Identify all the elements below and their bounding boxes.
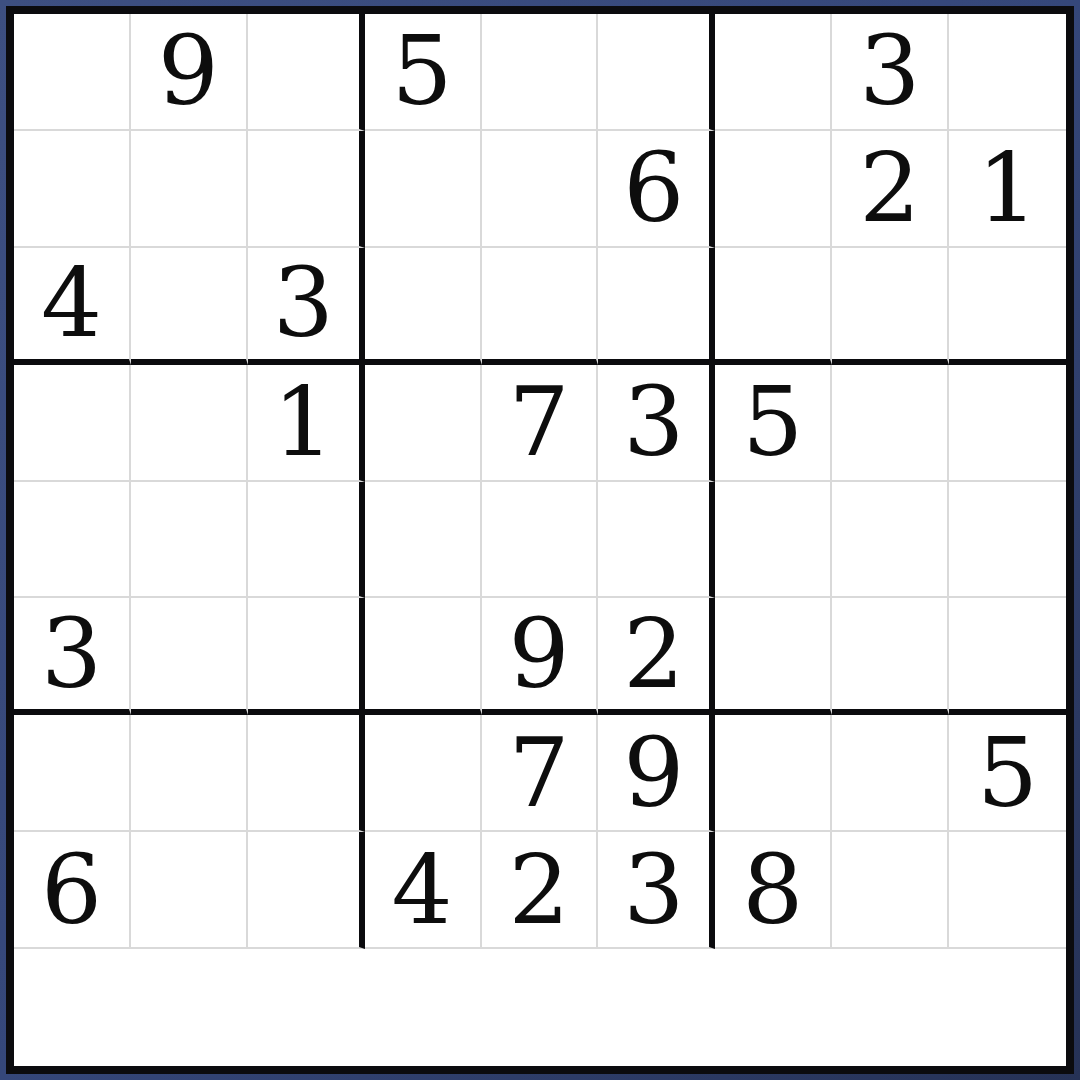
cell-r6c6[interactable]: 2 bbox=[598, 598, 715, 715]
cell-r4c3[interactable]: 1 bbox=[248, 365, 365, 482]
cell-r7c9[interactable]: 5 bbox=[949, 715, 1066, 832]
cell-r1c6[interactable] bbox=[598, 14, 715, 131]
cell-r7c5[interactable]: 7 bbox=[482, 715, 599, 832]
cell-r8c8[interactable] bbox=[832, 832, 949, 949]
cell-r8c5[interactable]: 2 bbox=[482, 832, 599, 949]
cell-r8c1[interactable]: 6 bbox=[14, 832, 131, 949]
cell-r3c9[interactable] bbox=[949, 248, 1066, 365]
cell-r7c1[interactable] bbox=[14, 715, 131, 832]
cell-r5c6[interactable] bbox=[598, 482, 715, 599]
cell-r4c1[interactable] bbox=[14, 365, 131, 482]
cell-r3c3[interactable]: 3 bbox=[248, 248, 365, 365]
cell-r2c1[interactable] bbox=[14, 131, 131, 248]
cell-r6c1[interactable]: 3 bbox=[14, 598, 131, 715]
cell-r7c3[interactable] bbox=[248, 715, 365, 832]
cell-r2c4[interactable] bbox=[365, 131, 482, 248]
cell-r8c6[interactable]: 3 bbox=[598, 832, 715, 949]
cell-r3c7[interactable] bbox=[715, 248, 832, 365]
cell-r8c4[interactable]: 4 bbox=[365, 832, 482, 949]
cell-r5c5[interactable] bbox=[482, 482, 599, 599]
cell-r5c3[interactable] bbox=[248, 482, 365, 599]
cell-r2c8[interactable]: 2 bbox=[832, 131, 949, 248]
cell-r2c7[interactable] bbox=[715, 131, 832, 248]
cell-r1c2[interactable]: 9 bbox=[131, 14, 248, 131]
cell-r8c9[interactable] bbox=[949, 832, 1066, 949]
cell-r6c3[interactable] bbox=[248, 598, 365, 715]
cell-r4c5[interactable]: 7 bbox=[482, 365, 599, 482]
cell-r8c3[interactable] bbox=[248, 832, 365, 949]
cell-r1c5[interactable] bbox=[482, 14, 599, 131]
cell-r2c5[interactable] bbox=[482, 131, 599, 248]
cell-r6c7[interactable] bbox=[715, 598, 832, 715]
cell-r8c7[interactable]: 8 bbox=[715, 832, 832, 949]
cell-r3c4[interactable] bbox=[365, 248, 482, 365]
cell-r5c4[interactable] bbox=[365, 482, 482, 599]
cell-r6c5[interactable]: 9 bbox=[482, 598, 599, 715]
cell-r7c4[interactable] bbox=[365, 715, 482, 832]
cell-r1c9[interactable] bbox=[949, 14, 1066, 131]
cell-r3c1[interactable]: 4 bbox=[14, 248, 131, 365]
cell-r7c7[interactable] bbox=[715, 715, 832, 832]
cell-r2c3[interactable] bbox=[248, 131, 365, 248]
cell-r3c5[interactable] bbox=[482, 248, 599, 365]
cell-r7c8[interactable] bbox=[832, 715, 949, 832]
cell-r5c1[interactable] bbox=[14, 482, 131, 599]
cell-r2c9[interactable]: 1 bbox=[949, 131, 1066, 248]
cell-r3c2[interactable] bbox=[131, 248, 248, 365]
cell-r6c2[interactable] bbox=[131, 598, 248, 715]
cell-r5c2[interactable] bbox=[131, 482, 248, 599]
cell-r2c6[interactable]: 6 bbox=[598, 131, 715, 248]
cell-r1c8[interactable]: 3 bbox=[832, 14, 949, 131]
cell-r7c2[interactable] bbox=[131, 715, 248, 832]
cell-r6c9[interactable] bbox=[949, 598, 1066, 715]
cell-r4c6[interactable]: 3 bbox=[598, 365, 715, 482]
cell-r6c8[interactable] bbox=[832, 598, 949, 715]
cell-r1c7[interactable] bbox=[715, 14, 832, 131]
cell-r5c9[interactable] bbox=[949, 482, 1066, 599]
cell-r1c3[interactable] bbox=[248, 14, 365, 131]
cell-r4c8[interactable] bbox=[832, 365, 949, 482]
cell-r2c2[interactable] bbox=[131, 131, 248, 248]
cell-r5c7[interactable] bbox=[715, 482, 832, 599]
cell-r1c1[interactable] bbox=[14, 14, 131, 131]
board-frame: 95362143173539279564238 bbox=[0, 0, 1080, 1080]
cell-r5c8[interactable] bbox=[832, 482, 949, 599]
cell-r4c9[interactable] bbox=[949, 365, 1066, 482]
cell-r8c2[interactable] bbox=[131, 832, 248, 949]
cell-r3c8[interactable] bbox=[832, 248, 949, 365]
cell-r1c4[interactable]: 5 bbox=[365, 14, 482, 131]
cell-r7c6[interactable]: 9 bbox=[598, 715, 715, 832]
cell-r4c7[interactable]: 5 bbox=[715, 365, 832, 482]
cell-r4c4[interactable] bbox=[365, 365, 482, 482]
cell-r3c6[interactable] bbox=[598, 248, 715, 365]
sudoku-board: 95362143173539279564238 bbox=[6, 6, 1074, 1074]
cell-r6c4[interactable] bbox=[365, 598, 482, 715]
cell-r4c2[interactable] bbox=[131, 365, 248, 482]
